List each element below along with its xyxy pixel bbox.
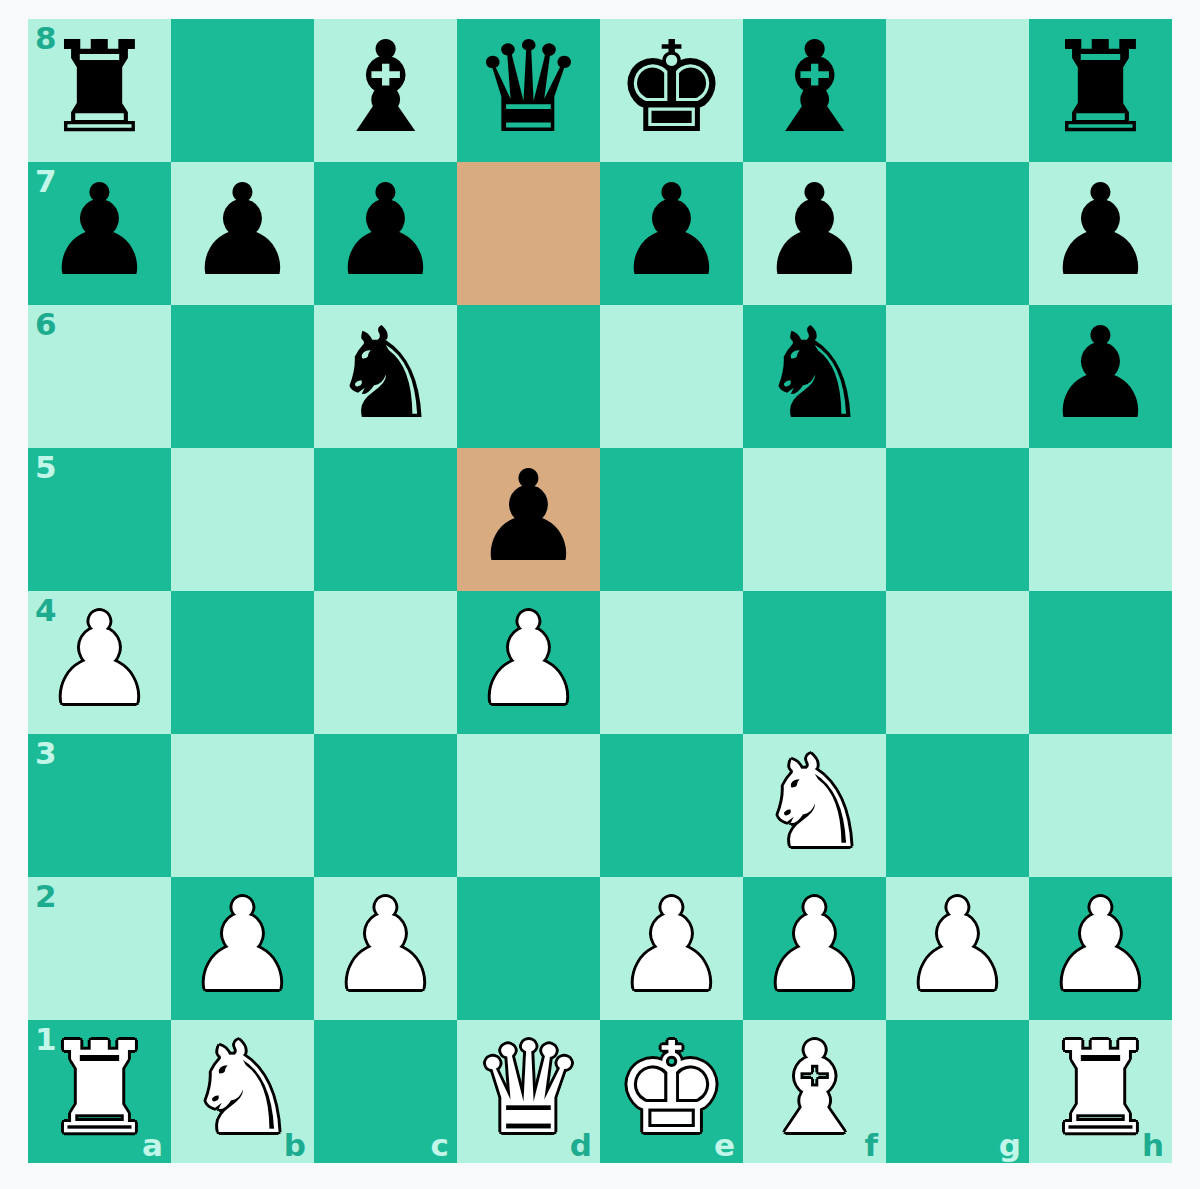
coord-file-b: b [284,1130,306,1161]
square-h7[interactable]: ♟ [1029,162,1172,305]
square-d7[interactable] [457,162,600,305]
piece-white-pawn-f2[interactable]: ♟ [743,877,886,1020]
piece-black-bishop-c8[interactable]: ♝ [314,19,457,162]
coord-rank-3: 3 [35,738,57,769]
square-g7[interactable] [886,162,1029,305]
square-e1[interactable]: ♚e [600,1020,743,1163]
coord-file-d: d [570,1130,592,1161]
coord-file-e: e [714,1130,735,1161]
square-b4[interactable] [171,591,314,734]
square-d4[interactable]: ♟ [457,591,600,734]
square-h4[interactable] [1029,591,1172,734]
square-a7[interactable]: ♟7 [28,162,171,305]
piece-black-knight-f6[interactable]: ♞ [743,305,886,448]
piece-white-pawn-d4[interactable]: ♟ [457,591,600,734]
square-c7[interactable]: ♟ [314,162,457,305]
square-g6[interactable] [886,305,1029,448]
chess-board: ♜8♝♛♚♝♜♟7♟♟♟♟♟6♞♞♟5♟♟4♟3♞2♟♟♟♟♟♟♜1a♞bc♛d… [28,19,1172,1163]
square-e6[interactable] [600,305,743,448]
square-f1[interactable]: ♝f [743,1020,886,1163]
piece-black-pawn-f7[interactable]: ♟ [743,162,886,305]
square-h1[interactable]: ♜h [1029,1020,1172,1163]
square-e7[interactable]: ♟ [600,162,743,305]
square-a1[interactable]: ♜1a [28,1020,171,1163]
piece-black-pawn-h6[interactable]: ♟ [1029,305,1172,448]
piece-black-king-e8[interactable]: ♚ [600,19,743,162]
square-g2[interactable]: ♟ [886,877,1029,1020]
square-b3[interactable] [171,734,314,877]
coord-rank-4: 4 [35,595,57,626]
piece-white-pawn-h2[interactable]: ♟ [1029,877,1172,1020]
piece-black-bishop-f8[interactable]: ♝ [743,19,886,162]
square-c3[interactable] [314,734,457,877]
coord-rank-8: 8 [35,23,57,54]
square-f3[interactable]: ♞ [743,734,886,877]
square-b5[interactable] [171,448,314,591]
square-f8[interactable]: ♝ [743,19,886,162]
coord-rank-1: 1 [35,1024,57,1055]
coord-file-c: c [431,1130,449,1161]
square-f4[interactable] [743,591,886,734]
square-g3[interactable] [886,734,1029,877]
square-e3[interactable] [600,734,743,877]
square-d1[interactable]: ♛d [457,1020,600,1163]
square-b8[interactable] [171,19,314,162]
square-b7[interactable]: ♟ [171,162,314,305]
square-d5[interactable]: ♟ [457,448,600,591]
square-d2[interactable] [457,877,600,1020]
square-g5[interactable] [886,448,1029,591]
piece-white-pawn-b2[interactable]: ♟ [171,877,314,1020]
square-a3[interactable]: 3 [28,734,171,877]
square-c2[interactable]: ♟ [314,877,457,1020]
square-c6[interactable]: ♞ [314,305,457,448]
piece-black-knight-c6[interactable]: ♞ [314,305,457,448]
square-b1[interactable]: ♞b [171,1020,314,1163]
square-h2[interactable]: ♟ [1029,877,1172,1020]
square-a6[interactable]: 6 [28,305,171,448]
coord-rank-2: 2 [35,881,57,912]
piece-black-queen-d8[interactable]: ♛ [457,19,600,162]
square-g1[interactable]: g [886,1020,1029,1163]
square-d3[interactable] [457,734,600,877]
square-c1[interactable]: c [314,1020,457,1163]
square-h8[interactable]: ♜ [1029,19,1172,162]
square-g4[interactable] [886,591,1029,734]
coord-file-f: f [865,1130,879,1161]
coord-file-a: a [142,1130,163,1161]
piece-black-pawn-h7[interactable]: ♟ [1029,162,1172,305]
piece-black-rook-h8[interactable]: ♜ [1029,19,1172,162]
piece-white-pawn-c2[interactable]: ♟ [314,877,457,1020]
piece-black-pawn-e7[interactable]: ♟ [600,162,743,305]
square-e2[interactable]: ♟ [600,877,743,1020]
coord-file-h: h [1142,1130,1164,1161]
square-f5[interactable] [743,448,886,591]
square-h5[interactable] [1029,448,1172,591]
square-h6[interactable]: ♟ [1029,305,1172,448]
square-a4[interactable]: ♟4 [28,591,171,734]
coord-rank-5: 5 [35,452,57,483]
coord-file-g: g [999,1130,1021,1161]
square-d8[interactable]: ♛ [457,19,600,162]
square-h3[interactable] [1029,734,1172,877]
square-c5[interactable] [314,448,457,591]
square-b2[interactable]: ♟ [171,877,314,1020]
coord-rank-7: 7 [35,166,57,197]
coord-rank-6: 6 [35,309,57,340]
square-a5[interactable]: 5 [28,448,171,591]
piece-black-pawn-d5[interactable]: ♟ [457,448,600,591]
piece-white-pawn-e2[interactable]: ♟ [600,877,743,1020]
square-c8[interactable]: ♝ [314,19,457,162]
square-e4[interactable] [600,591,743,734]
square-f7[interactable]: ♟ [743,162,886,305]
square-c4[interactable] [314,591,457,734]
square-d6[interactable] [457,305,600,448]
square-f2[interactable]: ♟ [743,877,886,1020]
piece-white-pawn-g2[interactable]: ♟ [886,877,1029,1020]
square-f6[interactable]: ♞ [743,305,886,448]
square-a8[interactable]: ♜8 [28,19,171,162]
square-e8[interactable]: ♚ [600,19,743,162]
square-b6[interactable] [171,305,314,448]
square-a2[interactable]: 2 [28,877,171,1020]
piece-white-knight-f3[interactable]: ♞ [743,734,886,877]
square-e5[interactable] [600,448,743,591]
piece-black-pawn-c7[interactable]: ♟ [314,162,457,305]
piece-black-pawn-b7[interactable]: ♟ [171,162,314,305]
square-g8[interactable] [886,19,1029,162]
